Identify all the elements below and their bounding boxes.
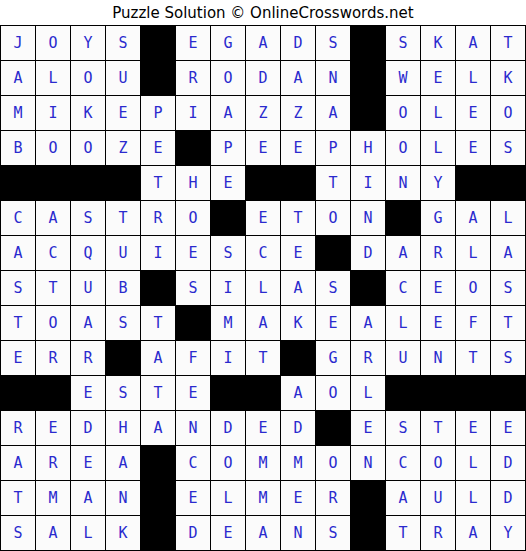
letter-cell: M (1, 96, 35, 130)
letter-cell: E (176, 376, 210, 410)
letter-cell: M (211, 306, 245, 340)
letter-cell: H (351, 131, 385, 165)
puzzle-solution-page: Puzzle Solution © OnlineCrosswords.net J… (0, 0, 526, 551)
letter-cell: O (456, 271, 490, 305)
letter-cell: N (421, 341, 455, 375)
letter-cell: U (106, 61, 140, 95)
black-cell (176, 306, 210, 340)
letter-cell: U (421, 481, 455, 515)
black-cell (211, 376, 245, 410)
letter-cell: D (246, 61, 280, 95)
letter-cell: I (141, 236, 175, 270)
letter-cell: O (386, 96, 420, 130)
letter-cell: I (211, 271, 245, 305)
black-cell (386, 376, 420, 410)
letter-cell: Z (246, 96, 280, 130)
letter-cell: C (36, 236, 70, 270)
letter-cell: E (281, 481, 315, 515)
letter-cell: C (386, 271, 420, 305)
letter-cell: A (141, 341, 175, 375)
letter-cell: D (211, 411, 245, 445)
letter-cell: P (316, 131, 350, 165)
letter-cell: P (141, 96, 175, 130)
letter-cell: T (36, 271, 70, 305)
black-cell (281, 341, 315, 375)
black-cell (246, 166, 280, 200)
letter-cell: P (211, 131, 245, 165)
letter-cell: A (246, 306, 280, 340)
letter-cell: F (176, 341, 210, 375)
letter-cell: N (351, 446, 385, 480)
letter-cell: T (421, 411, 455, 445)
black-cell (351, 26, 385, 60)
letter-cell: T (491, 26, 525, 60)
letter-cell: D (351, 236, 385, 270)
letter-cell: M (246, 481, 280, 515)
letter-cell: O (211, 446, 245, 480)
letter-cell: R (36, 341, 70, 375)
letter-cell: T (456, 341, 490, 375)
black-cell (36, 376, 70, 410)
letter-cell: N (351, 201, 385, 235)
letter-cell: E (281, 236, 315, 270)
letter-cell: M (281, 446, 315, 480)
letter-cell: E (211, 516, 245, 550)
letter-cell: A (71, 481, 105, 515)
letter-cell: O (491, 96, 525, 130)
letter-cell: O (316, 376, 350, 410)
letter-cell: S (176, 271, 210, 305)
letter-cell: O (176, 201, 210, 235)
letter-cell: A (281, 376, 315, 410)
letter-cell: S (71, 201, 105, 235)
letter-cell: A (246, 516, 280, 550)
black-cell (71, 166, 105, 200)
letter-cell: B (1, 131, 35, 165)
letter-cell: A (141, 411, 175, 445)
letter-cell: M (246, 446, 280, 480)
letter-cell: E (246, 201, 280, 235)
letter-cell: A (456, 516, 490, 550)
letter-cell: D (281, 26, 315, 60)
black-cell (106, 341, 140, 375)
letter-cell: S (316, 271, 350, 305)
letter-cell: A (281, 61, 315, 95)
letter-cell: J (1, 26, 35, 60)
letter-cell: B (106, 271, 140, 305)
letter-cell: O (211, 61, 245, 95)
black-cell (36, 166, 70, 200)
letter-cell: G (211, 26, 245, 60)
letter-cell: A (316, 96, 350, 130)
letter-cell: T (1, 306, 35, 340)
letter-cell: E (36, 411, 70, 445)
letter-cell: A (456, 201, 490, 235)
letter-cell: R (141, 201, 175, 235)
letter-cell: A (491, 236, 525, 270)
letter-cell: G (421, 201, 455, 235)
letter-cell: E (106, 96, 140, 130)
letter-cell: T (141, 376, 175, 410)
letter-cell: E (456, 131, 490, 165)
letter-cell: S (491, 271, 525, 305)
black-cell (1, 376, 35, 410)
letter-cell: A (351, 306, 385, 340)
letter-cell: Z (106, 131, 140, 165)
letter-cell: I (351, 166, 385, 200)
letter-cell: S (491, 131, 525, 165)
letter-cell: E (456, 96, 490, 130)
letter-cell: O (36, 131, 70, 165)
letter-cell: S (106, 376, 140, 410)
letter-cell: L (491, 201, 525, 235)
letter-cell: A (1, 236, 35, 270)
letter-cell: T (1, 481, 35, 515)
letter-cell: S (106, 26, 140, 60)
letter-cell: S (386, 26, 420, 60)
letter-cell: T (141, 166, 175, 200)
letter-cell: E (246, 411, 280, 445)
letter-cell: K (106, 516, 140, 550)
letter-cell: E (246, 131, 280, 165)
letter-cell: L (246, 271, 280, 305)
letter-cell: O (36, 306, 70, 340)
letter-cell: T (141, 306, 175, 340)
letter-cell: K (421, 26, 455, 60)
letter-cell: U (71, 271, 105, 305)
letter-cell: I (176, 96, 210, 130)
crossword-grid: JOYSEGADSSKATALOURODANWELKMIKEPIAZZAOLEO… (0, 25, 526, 551)
letter-cell: E (1, 341, 35, 375)
letter-cell: Y (491, 516, 525, 550)
letter-cell: E (141, 131, 175, 165)
black-cell (281, 166, 315, 200)
black-cell (491, 376, 525, 410)
letter-cell: E (491, 411, 525, 445)
black-cell (421, 376, 455, 410)
letter-cell: C (176, 446, 210, 480)
black-cell (456, 166, 490, 200)
letter-cell: D (491, 481, 525, 515)
black-cell (141, 61, 175, 95)
letter-cell: E (176, 481, 210, 515)
letter-cell: L (456, 236, 490, 270)
letter-cell: E (421, 306, 455, 340)
black-cell (351, 271, 385, 305)
letter-cell: A (281, 271, 315, 305)
letter-cell: R (176, 61, 210, 95)
letter-cell: O (316, 446, 350, 480)
letter-cell: N (281, 516, 315, 550)
letter-cell: A (36, 516, 70, 550)
letter-cell: N (176, 411, 210, 445)
letter-cell: W (386, 61, 420, 95)
letter-cell: R (421, 516, 455, 550)
black-cell (246, 376, 280, 410)
letter-cell: U (386, 341, 420, 375)
letter-cell: E (211, 166, 245, 200)
black-cell (351, 61, 385, 95)
letter-cell: Q (71, 236, 105, 270)
letter-cell: F (456, 306, 490, 340)
letter-cell: G (316, 341, 350, 375)
letter-cell: S (491, 341, 525, 375)
letter-cell: L (386, 306, 420, 340)
letter-cell: A (211, 96, 245, 130)
black-cell (141, 271, 175, 305)
letter-cell: O (71, 131, 105, 165)
letter-cell: L (351, 376, 385, 410)
letter-cell: Z (281, 96, 315, 130)
letter-cell: A (36, 201, 70, 235)
letter-cell: E (421, 61, 455, 95)
letter-cell: S (1, 271, 35, 305)
letter-cell: O (386, 131, 420, 165)
letter-cell: C (386, 446, 420, 480)
letter-cell: E (456, 411, 490, 445)
letter-cell: L (211, 481, 245, 515)
letter-cell: A (386, 236, 420, 270)
black-cell (141, 446, 175, 480)
letter-cell: M (36, 481, 70, 515)
letter-cell: R (421, 236, 455, 270)
letter-cell: C (246, 236, 280, 270)
letter-cell: L (421, 131, 455, 165)
letter-cell: A (246, 26, 280, 60)
letter-cell: I (211, 341, 245, 375)
letter-cell: N (106, 481, 140, 515)
letter-cell: S (316, 516, 350, 550)
letter-cell: H (106, 411, 140, 445)
letter-cell: T (316, 166, 350, 200)
black-cell (176, 131, 210, 165)
letter-cell: A (1, 446, 35, 480)
black-cell (141, 26, 175, 60)
letter-cell: E (176, 26, 210, 60)
letter-cell: I (36, 96, 70, 130)
letter-cell: R (1, 411, 35, 445)
letter-cell: E (71, 446, 105, 480)
letter-cell: K (491, 61, 525, 95)
letter-cell: C (1, 201, 35, 235)
letter-cell: L (71, 516, 105, 550)
letter-cell: E (316, 306, 350, 340)
letter-cell: L (456, 61, 490, 95)
letter-cell: A (1, 61, 35, 95)
black-cell (316, 236, 350, 270)
letter-cell: L (421, 96, 455, 130)
letter-cell: K (281, 306, 315, 340)
letter-cell: D (281, 411, 315, 445)
black-cell (106, 166, 140, 200)
page-title: Puzzle Solution © OnlineCrosswords.net (0, 0, 526, 25)
black-cell (141, 481, 175, 515)
black-cell (351, 516, 385, 550)
letter-cell: K (71, 96, 105, 130)
letter-cell: O (421, 446, 455, 480)
letter-cell: E (281, 131, 315, 165)
black-cell (386, 201, 420, 235)
letter-cell: O (316, 201, 350, 235)
black-cell (141, 516, 175, 550)
black-cell (1, 166, 35, 200)
letter-cell: Y (421, 166, 455, 200)
black-cell (351, 96, 385, 130)
letter-cell: A (106, 446, 140, 480)
letter-cell: D (71, 411, 105, 445)
letter-cell: U (106, 236, 140, 270)
letter-cell: L (36, 61, 70, 95)
letter-cell: A (456, 26, 490, 60)
letter-cell: O (71, 61, 105, 95)
letter-cell: T (281, 201, 315, 235)
letter-cell: Y (71, 26, 105, 60)
black-cell (211, 201, 245, 235)
letter-cell: S (386, 411, 420, 445)
letter-cell: E (421, 271, 455, 305)
letter-cell: T (106, 201, 140, 235)
letter-cell: R (351, 341, 385, 375)
letter-cell: S (211, 236, 245, 270)
black-cell (351, 481, 385, 515)
letter-cell: A (386, 481, 420, 515)
letter-cell: E (71, 376, 105, 410)
letter-cell: O (36, 26, 70, 60)
letter-cell: D (491, 446, 525, 480)
letter-cell: S (1, 516, 35, 550)
letter-cell: E (176, 236, 210, 270)
black-cell (491, 166, 525, 200)
letter-cell: T (386, 516, 420, 550)
letter-cell: D (176, 516, 210, 550)
black-cell (316, 411, 350, 445)
letter-cell: S (106, 306, 140, 340)
letter-cell: N (386, 166, 420, 200)
letter-cell: L (456, 481, 490, 515)
letter-cell: R (36, 446, 70, 480)
letter-cell: N (316, 61, 350, 95)
black-cell (456, 376, 490, 410)
letter-cell: E (351, 411, 385, 445)
letter-cell: H (176, 166, 210, 200)
letter-cell: R (316, 481, 350, 515)
letter-cell: L (456, 446, 490, 480)
letter-cell: T (491, 306, 525, 340)
letter-cell: T (246, 341, 280, 375)
letter-cell: R (71, 341, 105, 375)
letter-cell: S (316, 26, 350, 60)
letter-cell: A (71, 306, 105, 340)
